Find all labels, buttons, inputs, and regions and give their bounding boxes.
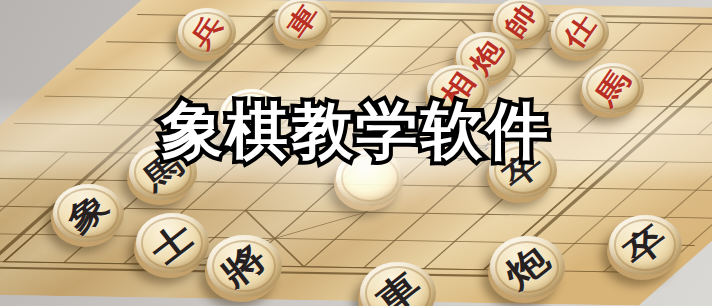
- piece-red-兵-0: 兵: [178, 8, 236, 56]
- piece-red-車-1: 車: [275, 0, 332, 44]
- piece-character: 士: [145, 217, 199, 270]
- piece-character: 卒: [618, 219, 672, 272]
- piece-black-士-9: 士: [136, 213, 209, 273]
- banner-photo: 楚 河 漢 界 兵車帥仕炮相馬馬象士將車炮卒卒 象棋教学软件 象棋教学软件: [0, 0, 712, 306]
- piece-character: 仕: [560, 11, 601, 54]
- piece-character: 將: [216, 239, 272, 293]
- piece-character: 象: [62, 187, 115, 238]
- piece-black-將-10: 將: [207, 235, 282, 297]
- piece-character: 車: [283, 0, 323, 42]
- piece-character: 兵: [187, 11, 228, 54]
- page-title: 象棋教学软件 象棋教学软件: [0, 97, 712, 165]
- piece-black-卒-13: 卒: [609, 215, 682, 275]
- title-text: 象棋教学软件: [161, 94, 551, 167]
- piece-black-象-8: 象: [53, 184, 124, 242]
- piece-character: 炮: [499, 240, 555, 294]
- piece-character: 車: [370, 266, 426, 306]
- piece-red-仕-3: 仕: [551, 8, 609, 56]
- piece-black-炮-12: 炮: [490, 236, 565, 298]
- piece-character: 帥: [501, 0, 541, 42]
